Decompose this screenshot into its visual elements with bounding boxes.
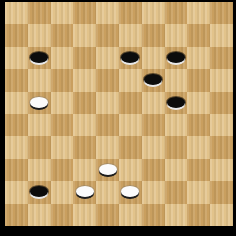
board-square[interactable] — [210, 2, 233, 24]
board-square[interactable] — [28, 69, 51, 91]
board-square[interactable] — [96, 69, 119, 91]
board-square[interactable] — [142, 159, 165, 181]
board-square[interactable] — [28, 136, 51, 158]
board-square[interactable] — [210, 92, 233, 114]
board-square[interactable] — [142, 92, 165, 114]
board-square[interactable] — [210, 47, 233, 69]
board-square[interactable] — [51, 47, 74, 69]
board-square[interactable] — [51, 24, 74, 46]
board-square[interactable] — [96, 2, 119, 24]
board-square[interactable] — [5, 69, 28, 91]
board-square[interactable] — [51, 114, 74, 136]
white-man-piece[interactable] — [99, 164, 117, 175]
board-square[interactable] — [5, 47, 28, 69]
board-square[interactable] — [210, 181, 233, 203]
board-square[interactable] — [210, 136, 233, 158]
board-square[interactable] — [142, 69, 165, 91]
board-square[interactable] — [5, 114, 28, 136]
board-square[interactable] — [51, 69, 74, 91]
board-square[interactable] — [187, 47, 210, 69]
board-square[interactable] — [73, 159, 96, 181]
board-square[interactable] — [51, 159, 74, 181]
board-square[interactable] — [51, 2, 74, 24]
board-square[interactable] — [28, 92, 51, 114]
board-square[interactable] — [187, 181, 210, 203]
board-square[interactable] — [73, 92, 96, 114]
board-square[interactable] — [187, 92, 210, 114]
board-square[interactable] — [51, 204, 74, 226]
board-square[interactable] — [5, 2, 28, 24]
board-square[interactable] — [142, 181, 165, 203]
board-square[interactable] — [187, 24, 210, 46]
black-man-piece[interactable] — [121, 52, 139, 63]
board-square[interactable] — [165, 2, 188, 24]
board-square[interactable] — [187, 136, 210, 158]
white-man-piece[interactable] — [30, 97, 48, 108]
board-square[interactable] — [210, 159, 233, 181]
board-square[interactable] — [119, 136, 142, 158]
board-square[interactable] — [165, 159, 188, 181]
board-square[interactable] — [142, 2, 165, 24]
board-square[interactable] — [119, 47, 142, 69]
board-square[interactable] — [5, 204, 28, 226]
black-man-piece[interactable] — [144, 74, 162, 85]
board-square[interactable] — [96, 114, 119, 136]
board-square[interactable] — [28, 114, 51, 136]
board-square[interactable] — [96, 92, 119, 114]
board-square[interactable] — [119, 204, 142, 226]
board-square[interactable] — [119, 24, 142, 46]
board-square[interactable] — [210, 69, 233, 91]
board-square[interactable] — [165, 92, 188, 114]
board-square[interactable] — [96, 204, 119, 226]
board-square[interactable] — [142, 24, 165, 46]
board-square[interactable] — [210, 24, 233, 46]
board-square[interactable] — [119, 69, 142, 91]
board-square[interactable] — [73, 181, 96, 203]
board-square[interactable] — [51, 136, 74, 158]
black-man-piece[interactable] — [167, 52, 185, 63]
board-square[interactable] — [73, 69, 96, 91]
board-square[interactable] — [51, 92, 74, 114]
board-square[interactable] — [28, 204, 51, 226]
board-square[interactable] — [119, 2, 142, 24]
board-square[interactable] — [165, 114, 188, 136]
board-square[interactable] — [5, 24, 28, 46]
white-man-piece[interactable] — [121, 186, 139, 197]
board-square[interactable] — [28, 181, 51, 203]
board-square[interactable] — [96, 24, 119, 46]
draughts-board — [5, 2, 233, 226]
board-square[interactable] — [119, 92, 142, 114]
board-square[interactable] — [73, 136, 96, 158]
board-square[interactable] — [5, 181, 28, 203]
board-square[interactable] — [73, 24, 96, 46]
board-square[interactable] — [73, 114, 96, 136]
board-square[interactable] — [165, 69, 188, 91]
board-square[interactable] — [165, 47, 188, 69]
board-square[interactable] — [165, 24, 188, 46]
board-square[interactable] — [119, 181, 142, 203]
board-square[interactable] — [187, 159, 210, 181]
board-square[interactable] — [96, 136, 119, 158]
board-square[interactable] — [187, 69, 210, 91]
board-square[interactable] — [96, 47, 119, 69]
board-square[interactable] — [5, 92, 28, 114]
black-man-piece[interactable] — [30, 52, 48, 63]
board-square[interactable] — [142, 204, 165, 226]
board-square[interactable] — [165, 181, 188, 203]
board-square[interactable] — [165, 136, 188, 158]
board-square[interactable] — [142, 136, 165, 158]
board-square[interactable] — [187, 2, 210, 24]
board-square[interactable] — [96, 181, 119, 203]
board-square[interactable] — [165, 204, 188, 226]
board-square[interactable] — [28, 2, 51, 24]
board-square[interactable] — [5, 136, 28, 158]
board-square[interactable] — [187, 204, 210, 226]
board-square[interactable] — [51, 181, 74, 203]
black-man-piece[interactable] — [167, 97, 185, 108]
board-square[interactable] — [73, 204, 96, 226]
board-square[interactable] — [5, 159, 28, 181]
board-square[interactable] — [119, 114, 142, 136]
board-square[interactable] — [73, 47, 96, 69]
black-man-piece[interactable] — [30, 186, 48, 197]
board-square[interactable] — [28, 159, 51, 181]
board-square[interactable] — [210, 114, 233, 136]
board-square[interactable] — [142, 114, 165, 136]
board-square[interactable] — [28, 24, 51, 46]
white-man-piece[interactable] — [76, 186, 94, 197]
board-square[interactable] — [73, 2, 96, 24]
board-square[interactable] — [187, 114, 210, 136]
board-square[interactable] — [119, 159, 142, 181]
board-square[interactable] — [210, 204, 233, 226]
board-square[interactable] — [28, 47, 51, 69]
board-square[interactable] — [142, 47, 165, 69]
board-square[interactable] — [96, 159, 119, 181]
game-window — [0, 0, 236, 236]
